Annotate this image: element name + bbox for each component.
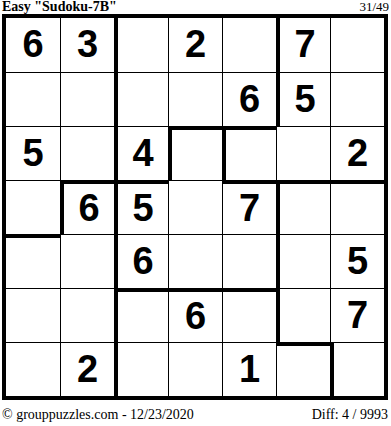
cell-r5c3[interactable]: 6 bbox=[114, 234, 168, 288]
cell-r6c7[interactable]: 7 bbox=[330, 288, 384, 342]
header: Easy "Sudoku-7B" 31/49 bbox=[0, 0, 391, 14]
footer: © grouppuzzles.com - 12/23/2020 Diff: 4 … bbox=[0, 407, 391, 422]
cell-r3c4[interactable] bbox=[168, 126, 222, 180]
copyright-text: © grouppuzzles.com - 12/23/2020 bbox=[2, 407, 194, 422]
given-digit: 5 bbox=[347, 242, 368, 280]
cell-r2c7[interactable] bbox=[330, 72, 384, 126]
cell-r2c1[interactable] bbox=[6, 72, 60, 126]
given-digit: 6 bbox=[132, 242, 153, 280]
cell-r4c6[interactable] bbox=[276, 180, 330, 234]
puzzle-title: Easy "Sudoku-7B" bbox=[2, 0, 117, 14]
cell-r2c3[interactable] bbox=[114, 72, 168, 126]
cell-r7c3[interactable] bbox=[114, 342, 168, 396]
cell-r5c1[interactable] bbox=[6, 234, 60, 288]
cell-r1c6[interactable]: 7 bbox=[276, 18, 330, 72]
cell-r1c2[interactable]: 3 bbox=[60, 18, 114, 72]
cell-r2c2[interactable] bbox=[60, 72, 114, 126]
cell-r7c4[interactable] bbox=[168, 342, 222, 396]
given-digit: 6 bbox=[78, 189, 99, 227]
given-digit: 7 bbox=[239, 189, 260, 227]
given-digit: 2 bbox=[185, 25, 206, 63]
given-digit: 5 bbox=[294, 80, 315, 118]
given-digit: 2 bbox=[347, 134, 368, 172]
cell-r4c1[interactable] bbox=[6, 180, 60, 234]
cell-r5c4[interactable] bbox=[168, 234, 222, 288]
cell-r7c1[interactable] bbox=[6, 342, 60, 396]
cell-r6c6[interactable] bbox=[276, 288, 330, 342]
given-digit: 2 bbox=[77, 350, 98, 388]
given-digit: 6 bbox=[185, 297, 206, 335]
cell-r1c1[interactable]: 6 bbox=[6, 18, 60, 72]
cell-r1c4[interactable]: 2 bbox=[168, 18, 222, 72]
cell-r5c5[interactable] bbox=[222, 234, 276, 288]
cell-r6c1[interactable] bbox=[6, 288, 60, 342]
cell-r7c7[interactable] bbox=[330, 342, 384, 396]
given-digit: 7 bbox=[294, 25, 315, 63]
cell-r6c2[interactable] bbox=[60, 288, 114, 342]
cell-r2c6[interactable]: 5 bbox=[276, 72, 330, 126]
cell-r1c5[interactable] bbox=[222, 18, 276, 72]
cell-r3c6[interactable] bbox=[276, 126, 330, 180]
cell-r5c7[interactable]: 5 bbox=[330, 234, 384, 288]
cell-r3c3[interactable]: 4 bbox=[114, 126, 168, 180]
cell-r5c2[interactable] bbox=[60, 234, 114, 288]
cell-r4c5[interactable]: 7 bbox=[222, 180, 276, 234]
cell-r7c6[interactable] bbox=[276, 342, 330, 396]
given-digit: 6 bbox=[239, 80, 260, 118]
given-digit: 4 bbox=[132, 134, 153, 172]
cell-r3c7[interactable]: 2 bbox=[330, 126, 384, 180]
sudoku-board: 632765542657656721 bbox=[2, 14, 388, 400]
difficulty-text: Diff: 4 / 9993 bbox=[312, 407, 388, 422]
given-digit: 6 bbox=[22, 25, 43, 63]
cell-r3c2[interactable] bbox=[60, 126, 114, 180]
given-digit: 5 bbox=[22, 134, 43, 172]
given-digit: 1 bbox=[239, 350, 260, 388]
cell-r6c5[interactable] bbox=[222, 288, 276, 342]
cell-r4c2[interactable]: 6 bbox=[60, 180, 114, 234]
cell-r7c5[interactable]: 1 bbox=[222, 342, 276, 396]
cell-r7c2[interactable]: 2 bbox=[60, 342, 114, 396]
given-digit: 5 bbox=[132, 189, 153, 227]
cell-r4c7[interactable] bbox=[330, 180, 384, 234]
cell-r4c4[interactable] bbox=[168, 180, 222, 234]
cell-r3c5[interactable] bbox=[222, 126, 276, 180]
cell-r6c3[interactable] bbox=[114, 288, 168, 342]
progress-counter: 31/49 bbox=[359, 0, 389, 14]
cell-r1c7[interactable] bbox=[330, 18, 384, 72]
cell-r2c5[interactable]: 6 bbox=[222, 72, 276, 126]
cell-r2c4[interactable] bbox=[168, 72, 222, 126]
cell-r6c4[interactable]: 6 bbox=[168, 288, 222, 342]
cell-r4c3[interactable]: 5 bbox=[114, 180, 168, 234]
cell-r5c6[interactable] bbox=[276, 234, 330, 288]
cell-r1c3[interactable] bbox=[114, 18, 168, 72]
given-digit: 7 bbox=[347, 296, 368, 334]
given-digit: 3 bbox=[77, 25, 98, 63]
cell-r3c1[interactable]: 5 bbox=[6, 126, 60, 180]
